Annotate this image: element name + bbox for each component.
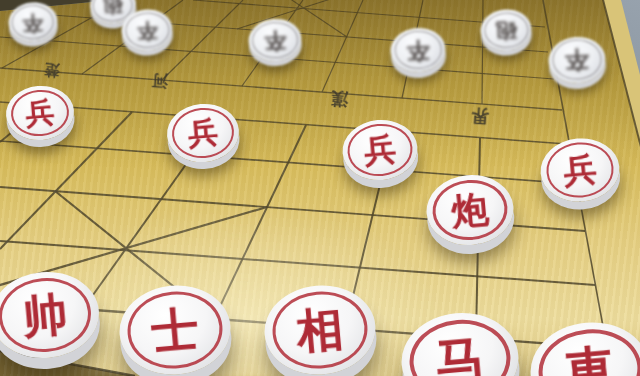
red-soldier-e4[interactable]: 兵 (165, 101, 242, 165)
red-general-e1[interactable]: 帅 (0, 267, 103, 362)
piece-face: 兵 (9, 87, 71, 138)
general-glyph: 帅 (21, 291, 70, 340)
black-soldier-a7[interactable]: 卒 (7, 0, 59, 43)
piece-face: 士 (124, 288, 226, 373)
chariot-glyph: 車 (563, 343, 617, 376)
red-soldier-g4[interactable]: 兵 (340, 117, 420, 183)
piece-face: 帅 (0, 274, 94, 356)
cannon-glyph: 砲 (103, 0, 123, 15)
piece-face: 卒 (394, 30, 443, 69)
red-soldier-i4[interactable]: 兵 (538, 135, 622, 205)
piece-face: 卒 (124, 12, 169, 49)
piece-face: 炮 (430, 177, 510, 244)
red-elephant-g1[interactable]: 相 (261, 281, 379, 376)
soldier-glyph: 卒 (406, 38, 430, 62)
horse-glyph: 马 (433, 333, 486, 376)
advisor-glyph: 士 (150, 305, 201, 356)
piece-face: 砲 (483, 12, 528, 49)
soldier-glyph: 卒 (22, 11, 44, 33)
piece-face: 马 (406, 315, 513, 376)
black-soldier-e7[interactable]: 卒 (247, 17, 303, 63)
elephant-glyph: 相 (295, 305, 346, 356)
red-horse-h1[interactable]: 马 (398, 308, 523, 376)
piece-face: 車 (535, 325, 640, 376)
soldier-glyph: 兵 (363, 133, 398, 168)
black-cannon-h8[interactable]: 砲 (479, 7, 533, 52)
red-chariot-i1[interactable]: 車 (527, 317, 640, 376)
black-soldier-i7[interactable]: 卒 (547, 35, 608, 86)
xiangqi-board-photo: 楚河漢界 砲卒卒砲卒卒卒兵兵兵兵炮帅士相马車 (0, 0, 640, 376)
piece-face: 兵 (170, 105, 236, 160)
piece-face: 卒 (552, 39, 602, 80)
soldier-glyph: 卒 (136, 19, 158, 41)
red-advisor-f1[interactable]: 士 (116, 281, 234, 376)
soldier-glyph: 卒 (565, 48, 590, 73)
cannon-glyph: 砲 (495, 19, 517, 41)
piece-face: 兵 (544, 140, 616, 200)
piece-face: 卒 (252, 21, 299, 59)
piece-face: 兵 (346, 121, 415, 178)
piece-face: 卒 (11, 4, 54, 39)
soldier-glyph: 兵 (24, 97, 55, 128)
red-soldier-c4[interactable]: 兵 (4, 83, 76, 143)
soldier-glyph: 兵 (562, 152, 598, 188)
piece-layer: 砲卒卒砲卒卒卒兵兵兵兵炮帅士相马車 (0, 0, 640, 376)
red-cannon-h3[interactable]: 炮 (424, 171, 517, 248)
piece-face: 相 (269, 288, 371, 373)
cannon-glyph: 炮 (450, 190, 490, 230)
soldier-glyph: 兵 (187, 117, 220, 150)
black-soldier-g7[interactable]: 卒 (389, 26, 448, 75)
soldier-glyph: 卒 (264, 29, 287, 52)
